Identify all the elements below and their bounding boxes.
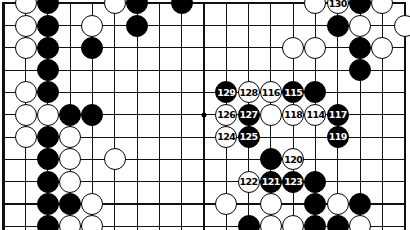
board-point-3-10: [37, 193, 59, 215]
board-point-5-11: [81, 215, 103, 230]
board-point-7-2: [126, 14, 148, 36]
board-stones: 1301291281161151261271181141171241251191…: [0, 0, 410, 230]
stone-black-3-5: [37, 81, 59, 103]
board-point-3-1: [37, 0, 59, 14]
board-point-14-6: 118: [282, 104, 304, 126]
stone-black-4-6: [59, 104, 81, 126]
stone-black-15-11: [304, 215, 326, 230]
board-point-9-1: [171, 0, 193, 14]
stone-white-17-2: [349, 15, 371, 37]
board-point-13-9: 121: [260, 171, 282, 193]
move-127-stone: 127: [238, 104, 260, 126]
board-point-2-5: [14, 81, 36, 103]
move-130-stone: 130: [327, 0, 349, 14]
board-point-3-4: [37, 59, 59, 81]
board-point-14-11: [282, 215, 304, 230]
board-point-17-3: [349, 37, 371, 59]
move-120-stone: 120: [282, 148, 304, 170]
board-point-3-9: [37, 171, 59, 193]
board-point-19-2: [394, 14, 410, 36]
board-point-15-5: [304, 81, 326, 103]
stone-white-6-8: [104, 148, 126, 170]
stone-black-3-3: [37, 37, 59, 59]
stone-black-12-11: [238, 215, 260, 230]
board-point-4-10: [59, 193, 81, 215]
stone-black-17-10: [349, 193, 371, 215]
board-point-4-6: [59, 104, 81, 126]
stone-white-3-6: [37, 104, 59, 126]
board-point-14-3: [282, 37, 304, 59]
board-point-11-6: 126: [215, 104, 237, 126]
stone-white-4-11: [59, 215, 81, 230]
stone-white-5-10: [81, 193, 103, 215]
board-point-3-5: [37, 81, 59, 103]
stone-black-7-2: [126, 15, 148, 37]
board-point-3-11: [37, 215, 59, 230]
stone-white-15-1: [304, 0, 326, 14]
board-point-14-5: 115: [282, 81, 304, 103]
board-point-3-7: [37, 126, 59, 148]
stone-black-4-10: [59, 193, 81, 215]
board-point-13-10: [260, 193, 282, 215]
board-point-5-2: [81, 14, 103, 36]
board-point-12-5: 128: [237, 81, 259, 103]
board-point-17-2: [349, 14, 371, 36]
stone-black-15-9: [304, 171, 326, 193]
board-point-13-6: [260, 104, 282, 126]
stone-white-13-10: [260, 193, 282, 215]
board-point-3-6: [37, 104, 59, 126]
board-point-12-11: [237, 215, 259, 230]
move-114-stone: 114: [304, 104, 326, 126]
stone-black-3-4: [37, 59, 59, 81]
stone-black-16-2: [327, 15, 349, 37]
stone-black-16-11: [327, 215, 349, 230]
board-point-18-1: [371, 0, 393, 14]
board-point-14-8: 120: [282, 148, 304, 170]
move-128-stone: 128: [238, 81, 260, 103]
move-121-stone: 121: [260, 171, 282, 193]
board-point-5-6: [81, 104, 103, 126]
board-point-14-9: 123: [282, 171, 304, 193]
stone-white-19-2: [394, 15, 410, 37]
board-point-12-7: 125: [237, 126, 259, 148]
board-point-17-1: [349, 0, 371, 14]
board-point-11-5: 129: [215, 81, 237, 103]
move-124-stone: 124: [215, 126, 237, 148]
board-point-4-11: [59, 215, 81, 230]
board-point-3-8: [37, 148, 59, 170]
stone-white-2-5: [15, 81, 37, 103]
move-115-stone: 115: [282, 81, 304, 103]
stone-white-2-1: [15, 0, 37, 14]
board-point-16-2: [327, 14, 349, 36]
stone-black-3-2: [37, 15, 59, 37]
move-125-stone: 125: [238, 126, 260, 148]
board-point-15-6: 114: [304, 104, 326, 126]
stone-white-2-6: [15, 104, 37, 126]
board-point-4-8: [59, 148, 81, 170]
stone-white-14-11: [282, 215, 304, 230]
board-point-7-1: [126, 0, 148, 14]
board-point-5-10: [81, 193, 103, 215]
stone-white-11-10: [215, 193, 237, 215]
stone-white-13-6: [260, 104, 282, 126]
move-126-stone: 126: [215, 104, 237, 126]
stone-white-2-2: [15, 15, 37, 37]
board-point-5-3: [81, 37, 103, 59]
board-point-12-9: 122: [237, 171, 259, 193]
board-point-13-5: 116: [260, 81, 282, 103]
stone-white-4-9: [59, 171, 81, 193]
board-point-3-3: [37, 37, 59, 59]
board-point-16-11: [327, 215, 349, 230]
board-point-2-2: [14, 14, 36, 36]
board-point-17-10: [349, 193, 371, 215]
stone-black-3-11: [37, 215, 59, 230]
stone-black-3-10: [37, 193, 59, 215]
stone-white-14-3: [282, 37, 304, 59]
stone-white-17-11: [349, 215, 371, 230]
stone-white-5-11: [81, 215, 103, 230]
board-point-11-10: [215, 193, 237, 215]
board-point-13-11: [260, 215, 282, 230]
stone-black-3-7: [37, 126, 59, 148]
board-point-11-7: 124: [215, 126, 237, 148]
go-board-diagram: 1301291281161151261271181141171241251191…: [0, 0, 410, 230]
board-point-2-1: [14, 0, 36, 14]
board-point-17-4: [349, 59, 371, 81]
stone-black-5-3: [81, 37, 103, 59]
stone-black-17-1: [349, 0, 371, 14]
stone-white-2-7: [15, 126, 37, 148]
move-123-stone: 123: [282, 171, 304, 193]
stone-black-5-6: [81, 104, 103, 126]
board-point-3-2: [37, 14, 59, 36]
board-point-12-6: 127: [237, 104, 259, 126]
board-point-6-1: [104, 0, 126, 14]
board-point-17-11: [349, 215, 371, 230]
move-129-stone: 129: [215, 81, 237, 103]
move-119-stone: 119: [327, 126, 349, 148]
stone-white-16-10: [327, 193, 349, 215]
move-116-stone: 116: [260, 81, 282, 103]
stone-white-4-8: [59, 148, 81, 170]
board-point-16-7: 119: [327, 126, 349, 148]
board-point-15-9: [304, 171, 326, 193]
stone-black-15-5: [304, 81, 326, 103]
board-point-18-3: [371, 37, 393, 59]
stone-white-2-3: [15, 37, 37, 59]
stone-black-17-3: [349, 37, 371, 59]
stone-white-6-1: [104, 0, 126, 14]
board-point-4-9: [59, 171, 81, 193]
stone-black-7-1: [126, 0, 148, 14]
stone-black-3-8: [37, 148, 59, 170]
board-point-15-11: [304, 215, 326, 230]
stone-white-18-3: [371, 37, 393, 59]
board-point-15-10: [304, 193, 326, 215]
board-point-16-6: 117: [327, 104, 349, 126]
stone-white-4-7: [59, 126, 81, 148]
board-point-15-3: [304, 37, 326, 59]
board-point-16-1: 130: [327, 0, 349, 14]
stone-black-9-1: [171, 0, 193, 14]
stone-white-15-3: [304, 37, 326, 59]
stone-black-3-1: [37, 0, 59, 14]
board-point-13-8: [260, 148, 282, 170]
move-118-stone: 118: [282, 104, 304, 126]
stone-black-13-8: [260, 148, 282, 170]
stone-black-17-4: [349, 59, 371, 81]
stone-black-3-9: [37, 171, 59, 193]
stone-white-13-11: [260, 215, 282, 230]
board-point-2-7: [14, 126, 36, 148]
stone-black-15-10: [304, 193, 326, 215]
board-point-2-3: [14, 37, 36, 59]
board-point-6-8: [104, 148, 126, 170]
move-122-stone: 122: [238, 171, 260, 193]
stone-white-18-1: [371, 0, 393, 14]
board-point-16-10: [327, 193, 349, 215]
board-point-4-7: [59, 126, 81, 148]
move-117-stone: 117: [327, 104, 349, 126]
board-point-15-1: [304, 0, 326, 14]
board-point-2-6: [14, 104, 36, 126]
stone-white-5-2: [81, 15, 103, 37]
